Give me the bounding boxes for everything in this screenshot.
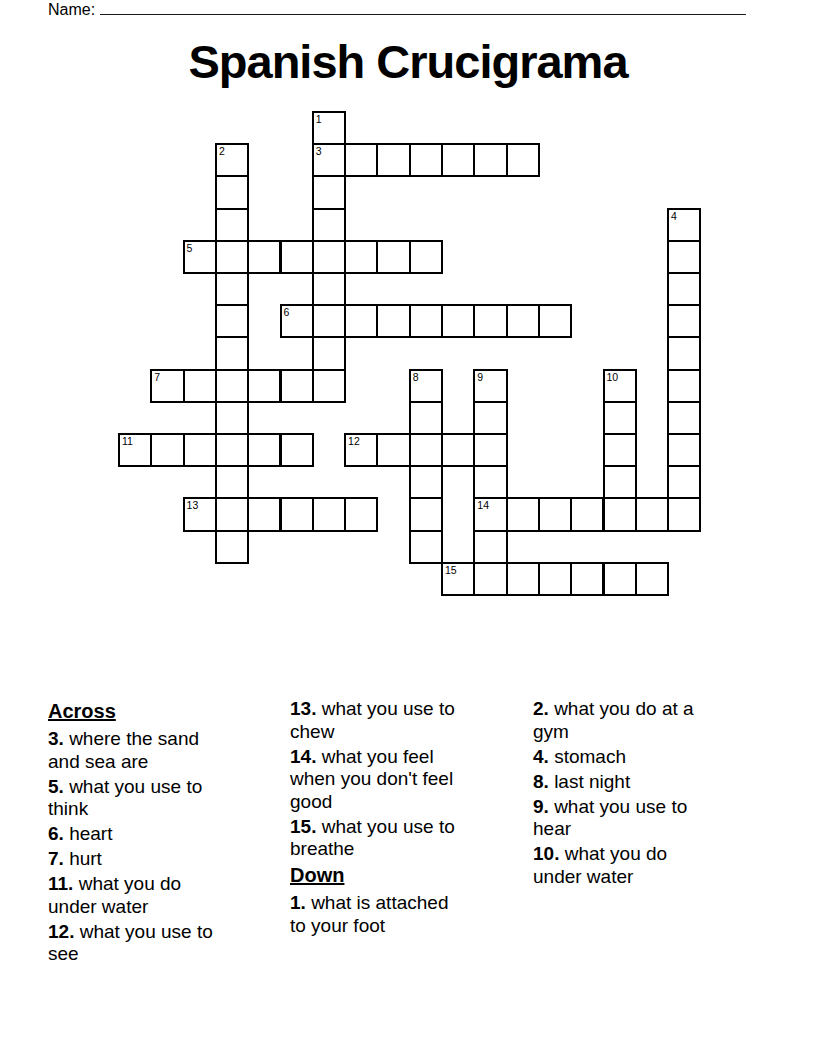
grid-cell[interactable]: [376, 433, 410, 467]
grid-cell[interactable]: [473, 465, 507, 499]
grid-cell[interactable]: [538, 304, 572, 338]
grid-cell[interactable]: [473, 433, 507, 467]
grid-cell[interactable]: [215, 208, 249, 242]
grid-cell[interactable]: 10: [603, 369, 637, 403]
clue-item: 3. where the sand and sea are: [48, 728, 224, 773]
grid-cell[interactable]: [603, 497, 637, 531]
grid-cell[interactable]: [409, 433, 443, 467]
grid-cell[interactable]: [312, 240, 346, 274]
grid-cell[interactable]: [247, 369, 281, 403]
cell-number: 1: [316, 113, 322, 125]
grid-cell[interactable]: [506, 304, 540, 338]
grid-cell[interactable]: [376, 304, 410, 338]
grid-cell[interactable]: [409, 497, 443, 531]
clue-item: 2. what you do at a gym: [533, 698, 709, 743]
grid-cell[interactable]: [667, 304, 701, 338]
grid-cell[interactable]: [247, 433, 281, 467]
clue-text: what is attached to your foot: [290, 892, 448, 936]
clue-number: 13.: [290, 698, 316, 719]
grid-cell[interactable]: 5: [183, 240, 217, 274]
clue-item: 9. what you use to hear: [533, 796, 709, 841]
name-line[interactable]: [100, 1, 746, 15]
clue-number: 10.: [533, 843, 559, 864]
grid-cell[interactable]: [538, 562, 572, 596]
clue-item: 11. what you do under water: [48, 873, 224, 918]
clue-column: 2. what you do at a gym4. stomach8. last…: [533, 698, 709, 891]
grid-cell[interactable]: [473, 143, 507, 177]
grid-cell[interactable]: [312, 336, 346, 370]
grid-cell[interactable]: 2: [215, 143, 249, 177]
grid-cell[interactable]: [312, 272, 346, 306]
grid-cell[interactable]: [344, 497, 378, 531]
grid-cell[interactable]: [473, 562, 507, 596]
clue-item: 12. what you use to see: [48, 921, 224, 966]
grid-cell[interactable]: [312, 304, 346, 338]
grid-cell[interactable]: [603, 433, 637, 467]
grid-cell[interactable]: [506, 143, 540, 177]
clue-column: Across3. where the sand and sea are5. wh…: [48, 698, 224, 968]
grid-cell[interactable]: [473, 530, 507, 564]
grid-cell[interactable]: [473, 304, 507, 338]
grid-cell[interactable]: [473, 401, 507, 435]
grid-cell[interactable]: [215, 497, 249, 531]
grid-cell[interactable]: [183, 433, 217, 467]
clue-number: 3.: [48, 728, 64, 749]
cell-number: 6: [284, 306, 290, 318]
clue-item: 4. stomach: [533, 746, 709, 769]
clue-text: what you use to think: [48, 776, 202, 820]
grid-cell[interactable]: [247, 497, 281, 531]
grid-cell[interactable]: [506, 562, 540, 596]
clue-item: 15. what you use to breathe: [290, 816, 466, 861]
clue-item: 10. what you do under water: [533, 843, 709, 888]
clue-text: what you use to hear: [533, 796, 687, 840]
clue-number: 14.: [290, 746, 316, 767]
name-field: Name:: [48, 1, 746, 19]
grid-cell[interactable]: [215, 336, 249, 370]
clue-number: 4.: [533, 746, 549, 767]
grid-cell[interactable]: 3: [312, 143, 346, 177]
clue-text: stomach: [549, 746, 626, 767]
clue-number: 5.: [48, 776, 64, 797]
grid-cell[interactable]: [280, 240, 314, 274]
grid-cell[interactable]: [409, 465, 443, 499]
clue-number: 12.: [48, 921, 74, 942]
grid-cell[interactable]: [280, 433, 314, 467]
clue-column: 13. what you use to chew14. what you fee…: [290, 698, 466, 940]
grid-cell[interactable]: [441, 143, 475, 177]
grid-cell[interactable]: [603, 465, 637, 499]
grid-cell[interactable]: [667, 465, 701, 499]
clue-number: 8.: [533, 771, 549, 792]
grid-cell[interactable]: [409, 304, 443, 338]
grid-cell[interactable]: [667, 336, 701, 370]
grid-cell[interactable]: [667, 497, 701, 531]
grid-cell[interactable]: [215, 530, 249, 564]
grid-cell[interactable]: [667, 433, 701, 467]
grid-cell[interactable]: 15: [441, 562, 475, 596]
grid-cell[interactable]: [344, 304, 378, 338]
grid-cell[interactable]: [409, 401, 443, 435]
clue-number: 6.: [48, 823, 64, 844]
cell-number: 4: [671, 210, 677, 222]
grid-cell[interactable]: [667, 401, 701, 435]
grid-cell[interactable]: 6: [280, 304, 314, 338]
grid-cell[interactable]: [215, 369, 249, 403]
grid-cell[interactable]: 9: [473, 369, 507, 403]
clue-text: what you do at a gym: [533, 698, 694, 742]
grid-cell[interactable]: [183, 369, 217, 403]
grid-cell[interactable]: [667, 369, 701, 403]
grid-cell[interactable]: [376, 143, 410, 177]
grid-cell[interactable]: 7: [150, 369, 184, 403]
clue-number: 11.: [48, 873, 73, 894]
grid-cell[interactable]: [376, 240, 410, 274]
grid-cell[interactable]: [635, 562, 669, 596]
grid-cell[interactable]: [409, 240, 443, 274]
clue-item: 6. heart: [48, 823, 224, 846]
cell-number: 10: [607, 371, 619, 383]
clue-number: 1.: [290, 892, 306, 913]
grid-cell[interactable]: [441, 304, 475, 338]
grid-cell[interactable]: [506, 497, 540, 531]
clue-item: 8. last night: [533, 771, 709, 794]
cell-number: 2: [219, 145, 225, 157]
cell-number: 11: [122, 435, 133, 447]
cell-number: 7: [154, 371, 160, 383]
grid-cell[interactable]: [570, 562, 604, 596]
grid-cell[interactable]: 4: [667, 208, 701, 242]
grid-cell[interactable]: [409, 143, 443, 177]
grid-cell[interactable]: [280, 369, 314, 403]
grid-cell[interactable]: [215, 240, 249, 274]
grid-cell[interactable]: [603, 562, 637, 596]
clue-text: hurt: [64, 848, 102, 869]
grid-cell[interactable]: 13: [183, 497, 217, 531]
grid-cell[interactable]: 14: [473, 497, 507, 531]
cell-number: 9: [477, 371, 483, 383]
cell-number: 3: [316, 145, 322, 157]
grid-cell[interactable]: [312, 369, 346, 403]
grid-cell[interactable]: [667, 272, 701, 306]
grid-cell[interactable]: [667, 240, 701, 274]
page-title: Spanish Crucigrama: [0, 34, 816, 89]
cell-number: 15: [445, 564, 457, 576]
grid-cell[interactable]: [215, 175, 249, 209]
clue-text: last night: [549, 771, 630, 792]
clue-number: 15.: [290, 816, 316, 837]
clue-item: 1. what is attached to your foot: [290, 892, 466, 937]
name-label: Name:: [48, 1, 95, 18]
cell-number: 14: [477, 499, 489, 511]
clue-number: 9.: [533, 796, 549, 817]
grid-cell[interactable]: 1: [312, 111, 346, 145]
grid-cell[interactable]: [570, 497, 604, 531]
grid-cell[interactable]: [409, 530, 443, 564]
grid-cell[interactable]: [150, 433, 184, 467]
cell-number: 12: [348, 435, 360, 447]
cell-number: 5: [187, 242, 193, 254]
clue-item: 13. what you use to chew: [290, 698, 466, 743]
clue-item: 14. what you feel when you don't feel go…: [290, 746, 466, 814]
clue-item: 5. what you use to think: [48, 776, 224, 821]
grid-cell[interactable]: [312, 175, 346, 209]
clue-number: 7.: [48, 848, 64, 869]
grid-cell[interactable]: [215, 272, 249, 306]
clue-heading-down: Down: [290, 863, 466, 887]
clue-text: where the sand and sea are: [48, 728, 199, 772]
grid-cell[interactable]: [441, 433, 475, 467]
cell-number: 8: [413, 371, 419, 383]
clue-item: 7. hurt: [48, 848, 224, 871]
grid-cell[interactable]: [280, 497, 314, 531]
grid-cell[interactable]: 11: [118, 433, 152, 467]
grid-cell[interactable]: [312, 497, 346, 531]
grid-cell[interactable]: [215, 304, 249, 338]
grid-cell[interactable]: [635, 497, 669, 531]
grid-cell[interactable]: [603, 401, 637, 435]
grid-cell[interactable]: [344, 240, 378, 274]
grid-cell[interactable]: [538, 497, 572, 531]
grid-cell[interactable]: [344, 143, 378, 177]
grid-cell[interactable]: 12: [344, 433, 378, 467]
clue-text: heart: [64, 823, 113, 844]
grid-cell[interactable]: 8: [409, 369, 443, 403]
cell-number: 13: [187, 499, 199, 511]
grid-cell[interactable]: [312, 208, 346, 242]
grid-cell[interactable]: [215, 465, 249, 499]
grid-cell[interactable]: [247, 240, 281, 274]
clue-heading-across: Across: [48, 699, 224, 723]
grid-cell[interactable]: [215, 433, 249, 467]
clue-number: 2.: [533, 698, 549, 719]
grid-cell[interactable]: [215, 401, 249, 435]
